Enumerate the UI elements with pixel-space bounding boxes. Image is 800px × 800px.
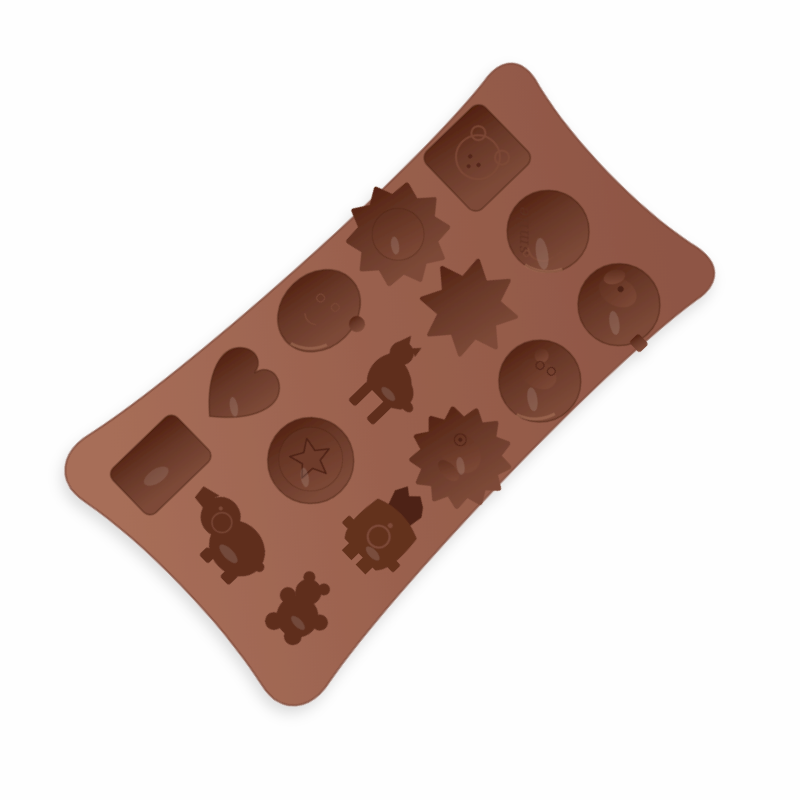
mold-photo-svg: smile bbox=[0, 0, 800, 800]
product-photo: smile bbox=[0, 0, 800, 800]
embossed-smile-text: smile bbox=[513, 206, 532, 255]
